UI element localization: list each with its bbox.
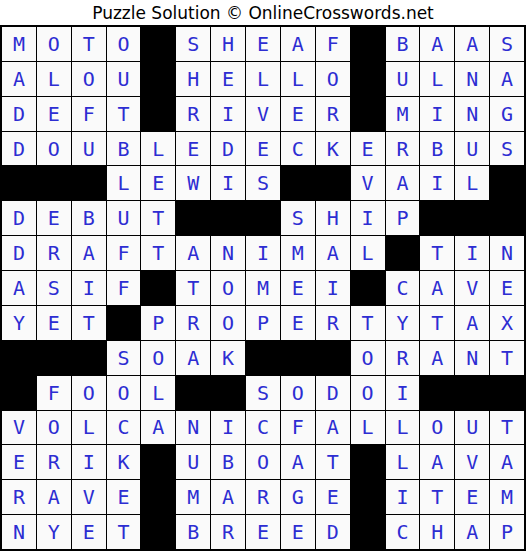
letter-cell: R xyxy=(176,306,210,340)
letter-cell: T xyxy=(107,97,141,131)
letter-cell: P xyxy=(141,306,175,340)
letter-cell: L xyxy=(351,236,385,270)
letter-cell: D xyxy=(211,132,245,166)
letter-cell: G xyxy=(490,97,524,131)
letter-cell: I xyxy=(316,271,350,305)
letter-cell: K xyxy=(316,132,350,166)
letter-cell: P xyxy=(386,201,420,235)
letter-cell: H xyxy=(420,515,454,549)
letter-cell: O xyxy=(316,62,350,96)
letter-cell: E xyxy=(141,166,175,200)
letter-cell: X xyxy=(490,306,524,340)
black-cell xyxy=(211,201,245,235)
black-cell xyxy=(490,166,524,200)
letter-cell: I xyxy=(211,166,245,200)
letter-cell: O xyxy=(211,306,245,340)
letter-cell: F xyxy=(281,411,315,445)
letter-cell: I xyxy=(386,376,420,410)
letter-cell: I xyxy=(386,480,420,514)
letter-cell: A xyxy=(490,62,524,96)
letter-cell: T xyxy=(490,341,524,375)
letter-cell: U xyxy=(455,411,489,445)
black-cell xyxy=(141,515,175,549)
black-cell xyxy=(281,341,315,375)
letter-cell: L xyxy=(72,411,106,445)
letter-cell: U xyxy=(107,62,141,96)
letter-cell: E xyxy=(211,62,245,96)
letter-cell: V xyxy=(72,480,106,514)
letter-cell: T xyxy=(316,445,350,479)
letter-cell: C xyxy=(246,411,280,445)
letter-cell: L xyxy=(420,62,454,96)
letter-cell: F xyxy=(37,376,71,410)
letter-cell: O xyxy=(37,27,71,61)
letter-cell: R xyxy=(386,341,420,375)
letter-cell: V xyxy=(455,271,489,305)
black-cell xyxy=(246,341,280,375)
letter-cell: N xyxy=(490,236,524,270)
black-cell xyxy=(72,341,106,375)
letter-cell: N xyxy=(455,341,489,375)
letter-cell: V xyxy=(246,97,280,131)
letter-cell: E xyxy=(37,201,71,235)
page-title: Puzzle Solution © OnlineCrosswords.net xyxy=(0,0,526,25)
letter-cell: I xyxy=(420,166,454,200)
letter-cell: R xyxy=(176,97,210,131)
letter-cell: D xyxy=(2,236,36,270)
letter-cell: L xyxy=(455,166,489,200)
letter-cell: H xyxy=(316,201,350,235)
letter-cell: N xyxy=(2,515,36,549)
letter-cell: I xyxy=(72,271,106,305)
black-cell xyxy=(490,201,524,235)
letter-cell: B xyxy=(211,445,245,479)
letter-cell: D xyxy=(316,376,350,410)
letter-cell: U xyxy=(455,132,489,166)
black-cell xyxy=(2,166,36,200)
letter-cell: L xyxy=(386,411,420,445)
letter-cell: A xyxy=(37,480,71,514)
letter-cell: A xyxy=(455,515,489,549)
black-cell xyxy=(72,166,106,200)
letter-cell: E xyxy=(107,480,141,514)
letter-cell: I xyxy=(420,97,454,131)
black-cell xyxy=(176,376,210,410)
letter-cell: E xyxy=(72,515,106,549)
puzzle-solution-page: Puzzle Solution © OnlineCrosswords.net M… xyxy=(0,0,526,551)
letter-cell: A xyxy=(420,341,454,375)
letter-cell: L xyxy=(141,376,175,410)
letter-cell: R xyxy=(246,480,280,514)
letter-cell: A xyxy=(72,236,106,270)
letter-cell: E xyxy=(490,271,524,305)
letter-cell: S xyxy=(246,376,280,410)
letter-cell: O xyxy=(281,376,315,410)
letter-cell: O xyxy=(107,376,141,410)
letter-cell: O xyxy=(72,376,106,410)
letter-cell: O xyxy=(211,271,245,305)
letter-cell: S xyxy=(176,27,210,61)
letter-cell: O xyxy=(420,411,454,445)
letter-cell: E xyxy=(37,306,71,340)
letter-cell: O xyxy=(141,341,175,375)
letter-cell: B xyxy=(386,27,420,61)
letter-cell: A xyxy=(2,271,36,305)
letter-cell: S xyxy=(107,341,141,375)
letter-cell: E xyxy=(246,27,280,61)
letter-cell: T xyxy=(72,306,106,340)
letter-cell: F xyxy=(72,97,106,131)
letter-cell: A xyxy=(420,27,454,61)
black-cell xyxy=(176,201,210,235)
black-cell xyxy=(455,376,489,410)
letter-cell: O xyxy=(72,62,106,96)
black-cell xyxy=(141,97,175,131)
letter-cell: I xyxy=(72,445,106,479)
letter-cell: L xyxy=(246,62,280,96)
black-cell xyxy=(2,376,36,410)
black-cell xyxy=(141,445,175,479)
black-cell xyxy=(141,62,175,96)
letter-cell: E xyxy=(246,132,280,166)
letter-cell: A xyxy=(176,341,210,375)
letter-cell: E xyxy=(281,306,315,340)
letter-cell: H xyxy=(211,27,245,61)
letter-cell: L xyxy=(107,166,141,200)
black-cell xyxy=(351,62,385,96)
letter-cell: S xyxy=(37,271,71,305)
letter-cell: V xyxy=(351,166,385,200)
letter-cell: T xyxy=(420,480,454,514)
crossword-grid: MOTOSHEAFBAASALOUHELLOULNADEFTRIVERMINGD… xyxy=(0,25,526,551)
letter-cell: D xyxy=(316,515,350,549)
letter-cell: F xyxy=(316,27,350,61)
letter-cell: A xyxy=(420,271,454,305)
black-cell xyxy=(246,201,280,235)
letter-cell: M xyxy=(176,480,210,514)
letter-cell: O xyxy=(246,445,280,479)
letter-cell: U xyxy=(176,445,210,479)
black-cell xyxy=(351,445,385,479)
letter-cell: N xyxy=(176,411,210,445)
letter-cell: E xyxy=(281,515,315,549)
black-cell xyxy=(141,480,175,514)
black-cell xyxy=(455,201,489,235)
letter-cell: S xyxy=(246,166,280,200)
letter-cell: E xyxy=(316,480,350,514)
black-cell xyxy=(141,27,175,61)
letter-cell: I xyxy=(211,97,245,131)
letter-cell: E xyxy=(455,480,489,514)
letter-cell: Y xyxy=(2,306,36,340)
letter-cell: A xyxy=(316,236,350,270)
black-cell xyxy=(316,166,350,200)
letter-cell: Y xyxy=(386,306,420,340)
letter-cell: C xyxy=(386,515,420,549)
letter-cell: A xyxy=(2,62,36,96)
black-cell xyxy=(351,480,385,514)
letter-cell: A xyxy=(141,411,175,445)
letter-cell: S xyxy=(490,132,524,166)
letter-cell: M xyxy=(281,236,315,270)
letter-cell: M xyxy=(490,480,524,514)
letter-cell: O xyxy=(37,132,71,166)
letter-cell: W xyxy=(176,166,210,200)
letter-cell: O xyxy=(351,341,385,375)
letter-cell: M xyxy=(2,27,36,61)
letter-cell: T xyxy=(107,515,141,549)
letter-cell: B xyxy=(420,132,454,166)
letter-cell: M xyxy=(246,271,280,305)
black-cell xyxy=(420,201,454,235)
letter-cell: V xyxy=(455,445,489,479)
letter-cell: T xyxy=(490,411,524,445)
letter-cell: F xyxy=(107,271,141,305)
black-cell xyxy=(37,166,71,200)
letter-cell: T xyxy=(351,306,385,340)
letter-cell: R xyxy=(37,445,71,479)
letter-cell: N xyxy=(455,62,489,96)
letter-cell: T xyxy=(420,236,454,270)
letter-cell: E xyxy=(37,97,71,131)
letter-cell: S xyxy=(281,201,315,235)
letter-cell: G xyxy=(281,480,315,514)
letter-cell: R xyxy=(2,480,36,514)
letter-cell: N xyxy=(211,236,245,270)
black-cell xyxy=(2,341,36,375)
black-cell xyxy=(351,97,385,131)
letter-cell: E xyxy=(246,515,280,549)
letter-cell: B xyxy=(72,201,106,235)
letter-cell: T xyxy=(141,236,175,270)
letter-cell: C xyxy=(107,411,141,445)
letter-cell: U xyxy=(386,62,420,96)
letter-cell: C xyxy=(386,271,420,305)
letter-cell: R xyxy=(316,306,350,340)
letter-cell: A xyxy=(455,27,489,61)
letter-cell: M xyxy=(386,97,420,131)
letter-cell: E xyxy=(2,445,36,479)
letter-cell: T xyxy=(72,27,106,61)
letter-cell: R xyxy=(316,97,350,131)
black-cell xyxy=(351,515,385,549)
letter-cell: A xyxy=(281,27,315,61)
letter-cell: I xyxy=(246,236,280,270)
letter-cell: A xyxy=(386,166,420,200)
letter-cell: O xyxy=(351,376,385,410)
letter-cell: C xyxy=(281,132,315,166)
letter-cell: O xyxy=(37,411,71,445)
letter-cell: O xyxy=(107,27,141,61)
letter-cell: B xyxy=(176,515,210,549)
letter-cell: B xyxy=(107,132,141,166)
letter-cell: F xyxy=(107,236,141,270)
letter-cell: T xyxy=(176,271,210,305)
letter-cell: A xyxy=(316,411,350,445)
letter-cell: U xyxy=(72,132,106,166)
letter-cell: L xyxy=(141,132,175,166)
black-cell xyxy=(211,376,245,410)
letter-cell: I xyxy=(351,201,385,235)
letter-cell: E xyxy=(281,271,315,305)
black-cell xyxy=(386,236,420,270)
letter-cell: T xyxy=(141,201,175,235)
letter-cell: R xyxy=(211,515,245,549)
letter-cell: S xyxy=(490,27,524,61)
letter-cell: R xyxy=(37,236,71,270)
letter-cell: D xyxy=(2,132,36,166)
letter-cell: K xyxy=(107,445,141,479)
black-cell xyxy=(281,166,315,200)
letter-cell: H xyxy=(176,62,210,96)
letter-cell: E xyxy=(176,132,210,166)
letter-cell: T xyxy=(420,306,454,340)
black-cell xyxy=(420,376,454,410)
letter-cell: E xyxy=(351,132,385,166)
letter-cell: R xyxy=(386,132,420,166)
letter-cell: L xyxy=(386,445,420,479)
letter-cell: E xyxy=(281,97,315,131)
letter-cell: P xyxy=(246,306,280,340)
black-cell xyxy=(490,376,524,410)
letter-cell: A xyxy=(281,445,315,479)
letter-cell: A xyxy=(455,306,489,340)
black-cell xyxy=(316,341,350,375)
black-cell xyxy=(351,271,385,305)
letter-cell: V xyxy=(2,411,36,445)
letter-cell: P xyxy=(490,515,524,549)
letter-cell: Y xyxy=(37,515,71,549)
letter-cell: D xyxy=(2,201,36,235)
letter-cell: I xyxy=(211,411,245,445)
black-cell xyxy=(351,27,385,61)
letter-cell: L xyxy=(281,62,315,96)
letter-cell: A xyxy=(176,236,210,270)
letter-cell: U xyxy=(107,201,141,235)
black-cell xyxy=(107,306,141,340)
letter-cell: K xyxy=(211,341,245,375)
letter-cell: I xyxy=(455,236,489,270)
letter-cell: A xyxy=(490,445,524,479)
letter-cell: A xyxy=(420,445,454,479)
letter-cell: L xyxy=(37,62,71,96)
letter-cell: L xyxy=(351,411,385,445)
black-cell xyxy=(37,341,71,375)
black-cell xyxy=(141,271,175,305)
letter-cell: D xyxy=(2,97,36,131)
letter-cell: N xyxy=(455,97,489,131)
letter-cell: A xyxy=(211,480,245,514)
